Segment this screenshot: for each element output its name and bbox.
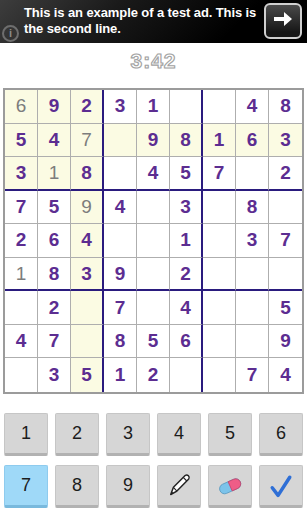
cell-r3c8[interactable] <box>236 157 269 191</box>
cell-r5c6[interactable]: 1 <box>170 224 203 258</box>
cell-r5c4[interactable] <box>104 224 137 258</box>
cell-r4c8[interactable]: 8 <box>236 191 269 225</box>
cell-r8c5[interactable]: 5 <box>137 325 170 359</box>
arrow-right-icon <box>272 10 294 32</box>
info-icon[interactable]: i <box>2 25 19 42</box>
cell-r5c8[interactable]: 3 <box>236 224 269 258</box>
cell-r7c2[interactable]: 2 <box>38 291 71 325</box>
key-9[interactable]: 9 <box>106 465 150 508</box>
cell-r1c2[interactable]: 9 <box>38 90 71 124</box>
key-6[interactable]: 6 <box>259 413 303 456</box>
cell-r1c8[interactable]: 4 <box>236 90 269 124</box>
cell-r9c7[interactable] <box>203 358 236 392</box>
cell-r7c4[interactable]: 7 <box>104 291 137 325</box>
cell-r5c7[interactable] <box>203 224 236 258</box>
cell-r2c4[interactable] <box>104 124 137 158</box>
cell-r6c3[interactable]: 3 <box>71 258 104 292</box>
cell-r7c9[interactable]: 5 <box>269 291 302 325</box>
cell-r8c7[interactable] <box>203 325 236 359</box>
cell-r4c4[interactable]: 4 <box>104 191 137 225</box>
cell-r4c2[interactable]: 5 <box>38 191 71 225</box>
cell-r1c1[interactable]: 6 <box>5 90 38 124</box>
cell-r9c2[interactable]: 3 <box>38 358 71 392</box>
check-icon <box>267 472 295 500</box>
eraser-icon <box>216 472 244 500</box>
cell-r5c1[interactable]: 2 <box>5 224 38 258</box>
cell-r6c9[interactable] <box>269 258 302 292</box>
key-5[interactable]: 5 <box>208 413 252 456</box>
cell-r8c2[interactable]: 7 <box>38 325 71 359</box>
cell-r6c1[interactable]: 1 <box>5 258 38 292</box>
cell-r5c9[interactable]: 7 <box>269 224 302 258</box>
cell-r5c5[interactable] <box>137 224 170 258</box>
cell-r2c2[interactable]: 4 <box>38 124 71 158</box>
cell-r8c8[interactable] <box>236 325 269 359</box>
cell-r6c4[interactable]: 9 <box>104 258 137 292</box>
cell-r8c3[interactable] <box>71 325 104 359</box>
cell-r6c8[interactable] <box>236 258 269 292</box>
cell-r5c2[interactable]: 6 <box>38 224 71 258</box>
cell-r1c5[interactable]: 1 <box>137 90 170 124</box>
cell-r2c8[interactable]: 6 <box>236 124 269 158</box>
cell-r2c9[interactable]: 3 <box>269 124 302 158</box>
cell-r9c5[interactable]: 2 <box>137 358 170 392</box>
keypad: 1 2 3 4 5 6 7 8 9 <box>4 413 303 508</box>
cell-r4c3[interactable]: 9 <box>71 191 104 225</box>
keypad-row-1: 1 2 3 4 5 6 <box>4 413 303 456</box>
cell-r2c6[interactable]: 8 <box>170 124 203 158</box>
cell-r4c9[interactable] <box>269 191 302 225</box>
key-3[interactable]: 3 <box>106 413 150 456</box>
cell-r3c5[interactable]: 4 <box>137 157 170 191</box>
key-4[interactable]: 4 <box>157 413 201 456</box>
cell-r8c9[interactable]: 9 <box>269 325 302 359</box>
pencil-icon <box>166 472 193 499</box>
cell-r1c6[interactable] <box>170 90 203 124</box>
ad-banner[interactable]: This is an example of a test ad. This is… <box>0 0 307 43</box>
cell-r2c1[interactable]: 5 <box>5 124 38 158</box>
cell-r4c7[interactable] <box>203 191 236 225</box>
cell-r8c4[interactable]: 8 <box>104 325 137 359</box>
cell-r8c6[interactable]: 6 <box>170 325 203 359</box>
eraser-button[interactable] <box>208 465 252 508</box>
cell-r9c8[interactable]: 7 <box>236 358 269 392</box>
cell-r3c7[interactable]: 7 <box>203 157 236 191</box>
cell-r1c9[interactable]: 8 <box>269 90 302 124</box>
cell-r4c5[interactable] <box>137 191 170 225</box>
key-2[interactable]: 2 <box>55 413 99 456</box>
cell-r7c7[interactable] <box>203 291 236 325</box>
cell-r6c6[interactable]: 2 <box>170 258 203 292</box>
cell-r2c3[interactable]: 7 <box>71 124 104 158</box>
cell-r1c7[interactable] <box>203 90 236 124</box>
keypad-row-2: 7 8 9 <box>4 465 303 508</box>
cell-r1c3[interactable]: 2 <box>71 90 104 124</box>
cell-r3c2[interactable]: 1 <box>38 157 71 191</box>
cell-r3c9[interactable]: 2 <box>269 157 302 191</box>
key-8[interactable]: 8 <box>55 465 99 508</box>
cell-r6c7[interactable] <box>203 258 236 292</box>
cell-r7c5[interactable] <box>137 291 170 325</box>
cell-r9c9[interactable]: 4 <box>269 358 302 392</box>
cell-r9c4[interactable]: 1 <box>104 358 137 392</box>
cell-r4c1[interactable]: 7 <box>5 191 38 225</box>
sudoku-board: 6923148547981633184572759438264137183922… <box>3 88 304 394</box>
check-button[interactable] <box>259 465 303 508</box>
cell-r1c4[interactable]: 3 <box>104 90 137 124</box>
cell-r2c5[interactable]: 9 <box>137 124 170 158</box>
ad-arrow-button[interactable] <box>264 3 302 39</box>
pencil-button[interactable] <box>157 465 201 508</box>
cell-r2c7[interactable]: 1 <box>203 124 236 158</box>
cell-r7c1[interactable] <box>5 291 38 325</box>
key-1[interactable]: 1 <box>4 413 48 456</box>
cell-r3c1[interactable]: 3 <box>5 157 38 191</box>
cell-r9c3[interactable]: 5 <box>71 358 104 392</box>
cell-r6c5[interactable] <box>137 258 170 292</box>
cell-r3c6[interactable]: 5 <box>170 157 203 191</box>
cell-r4c6[interactable]: 3 <box>170 191 203 225</box>
cell-r3c4[interactable] <box>104 157 137 191</box>
cell-r7c8[interactable] <box>236 291 269 325</box>
cell-r7c6[interactable]: 4 <box>170 291 203 325</box>
key-7[interactable]: 7 <box>4 465 48 508</box>
cell-r9c1[interactable] <box>5 358 38 392</box>
cell-r8c1[interactable]: 4 <box>5 325 38 359</box>
cell-r5c3[interactable]: 4 <box>71 224 104 258</box>
cell-r6c2[interactable]: 8 <box>38 258 71 292</box>
cell-r9c6[interactable] <box>170 358 203 392</box>
cell-r3c3[interactable]: 8 <box>71 157 104 191</box>
ad-text: This is an example of a test ad. This is… <box>0 0 307 42</box>
timer: 3:42 <box>0 49 307 75</box>
cell-r7c3[interactable] <box>71 291 104 325</box>
